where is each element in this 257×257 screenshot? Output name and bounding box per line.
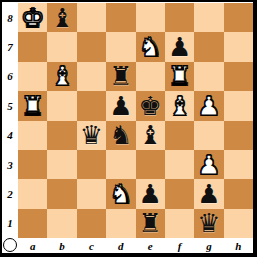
square-h8[interactable] (224, 3, 253, 32)
rank-label-6: 6 (2, 62, 18, 91)
white-bishop-f5[interactable]: ♝ (168, 93, 191, 119)
square-c3[interactable] (77, 150, 106, 179)
white-rook-a5[interactable]: ♜ (21, 93, 44, 119)
black-queen-g1[interactable]: ♛ (197, 210, 220, 236)
square-h5[interactable] (224, 91, 253, 120)
square-d3[interactable] (106, 150, 135, 179)
square-b5[interactable] (47, 91, 76, 120)
black-rook-e1[interactable]: ♜ (139, 210, 162, 236)
square-c6[interactable] (77, 62, 106, 91)
square-d7[interactable] (106, 32, 135, 61)
white-bishop-b6[interactable]: ♝ (50, 63, 73, 89)
square-e1[interactable]: ♜ (136, 209, 165, 238)
square-e2[interactable]: ♟ (136, 179, 165, 208)
square-g7[interactable] (194, 32, 223, 61)
file-labels: abcdefgh (18, 238, 253, 253)
rank-label-8: 8 (2, 3, 18, 32)
rank-label-7: 7 (2, 32, 18, 61)
square-f8[interactable] (165, 3, 194, 32)
white-pawn-g3[interactable]: ♟ (197, 152, 220, 178)
rank-label-1: 1 (2, 209, 18, 238)
black-pawn-d5[interactable]: ♟ (109, 93, 132, 119)
square-b1[interactable] (47, 209, 76, 238)
square-f5[interactable]: ♝ (165, 91, 194, 120)
diagram-panel: 87654321 ♚♝♞♟♝♜♜♜♟♚♝♟♛♞♝♟♞♟♟♜♛ abcdefgh (2, 2, 253, 253)
square-c1[interactable] (77, 209, 106, 238)
square-f1[interactable] (165, 209, 194, 238)
white-knight-d2[interactable]: ♞ (109, 181, 132, 207)
file-label-f: f (165, 238, 194, 253)
black-pawn-g2[interactable]: ♟ (197, 181, 220, 207)
square-g4[interactable] (194, 121, 223, 150)
rank-label-4: 4 (2, 121, 18, 150)
square-a8[interactable]: ♚ (18, 3, 47, 32)
black-pawn-e2[interactable]: ♟ (139, 181, 162, 207)
square-f6[interactable]: ♜ (165, 62, 194, 91)
square-c7[interactable] (77, 32, 106, 61)
square-a6[interactable] (18, 62, 47, 91)
square-b3[interactable] (47, 150, 76, 179)
square-e4[interactable]: ♝ (136, 121, 165, 150)
black-rook-d6[interactable]: ♜ (109, 63, 132, 89)
rank-label-3: 3 (2, 150, 18, 179)
square-c5[interactable] (77, 91, 106, 120)
white-knight-e7[interactable]: ♞ (139, 34, 162, 60)
square-f2[interactable] (165, 179, 194, 208)
square-b2[interactable] (47, 179, 76, 208)
square-a5[interactable]: ♜ (18, 91, 47, 120)
square-e5[interactable]: ♚ (136, 91, 165, 120)
square-a1[interactable] (18, 209, 47, 238)
square-b7[interactable] (47, 32, 76, 61)
square-a4[interactable] (18, 121, 47, 150)
square-b8[interactable]: ♝ (47, 3, 76, 32)
rank-label-5: 5 (2, 91, 18, 120)
square-c2[interactable] (77, 179, 106, 208)
square-h4[interactable] (224, 121, 253, 150)
square-g5[interactable]: ♟ (194, 91, 223, 120)
black-bishop-b8[interactable]: ♝ (50, 5, 73, 31)
file-label-b: b (47, 238, 76, 253)
white-pawn-g5[interactable]: ♟ (197, 93, 220, 119)
square-a7[interactable] (18, 32, 47, 61)
square-a2[interactable] (18, 179, 47, 208)
square-f7[interactable]: ♟ (165, 32, 194, 61)
square-b6[interactable]: ♝ (47, 62, 76, 91)
square-d5[interactable]: ♟ (106, 91, 135, 120)
file-label-g: g (194, 238, 223, 253)
square-c4[interactable]: ♛ (77, 121, 106, 150)
square-f3[interactable] (165, 150, 194, 179)
white-to-move-indicator (3, 238, 17, 252)
square-e8[interactable] (136, 3, 165, 32)
file-label-d: d (106, 238, 135, 253)
square-g2[interactable]: ♟ (194, 179, 223, 208)
square-g1[interactable]: ♛ (194, 209, 223, 238)
square-h6[interactable] (224, 62, 253, 91)
square-h3[interactable] (224, 150, 253, 179)
black-king-e5[interactable]: ♚ (139, 93, 162, 119)
file-label-c: c (77, 238, 106, 253)
square-e7[interactable]: ♞ (136, 32, 165, 61)
square-e3[interactable] (136, 150, 165, 179)
chess-board[interactable]: ♚♝♞♟♝♜♜♜♟♚♝♟♛♞♝♟♞♟♟♜♛ (18, 3, 253, 238)
square-h2[interactable] (224, 179, 253, 208)
square-h1[interactable] (224, 209, 253, 238)
white-king-a8[interactable]: ♚ (21, 5, 44, 31)
white-rook-f6[interactable]: ♜ (168, 63, 191, 89)
square-d1[interactable] (106, 209, 135, 238)
square-g6[interactable] (194, 62, 223, 91)
square-f4[interactable] (165, 121, 194, 150)
file-label-h: h (224, 238, 253, 253)
square-d6[interactable]: ♜ (106, 62, 135, 91)
square-d4[interactable]: ♞ (106, 121, 135, 150)
square-d8[interactable] (106, 3, 135, 32)
square-a3[interactable] (18, 150, 47, 179)
black-queen-c4[interactable]: ♛ (80, 122, 103, 148)
black-knight-d4[interactable]: ♞ (109, 122, 132, 148)
square-h7[interactable] (224, 32, 253, 61)
square-e6[interactable] (136, 62, 165, 91)
square-b4[interactable] (47, 121, 76, 150)
file-label-a: a (18, 238, 47, 253)
rank-label-2: 2 (2, 179, 18, 208)
square-c8[interactable] (77, 3, 106, 32)
square-g3[interactable]: ♟ (194, 150, 223, 179)
black-bishop-e4[interactable]: ♝ (139, 122, 162, 148)
square-g8[interactable] (194, 3, 223, 32)
file-label-e: e (136, 238, 165, 253)
black-pawn-f7[interactable]: ♟ (168, 34, 191, 60)
square-d2[interactable]: ♞ (106, 179, 135, 208)
rank-labels: 87654321 (2, 3, 18, 238)
